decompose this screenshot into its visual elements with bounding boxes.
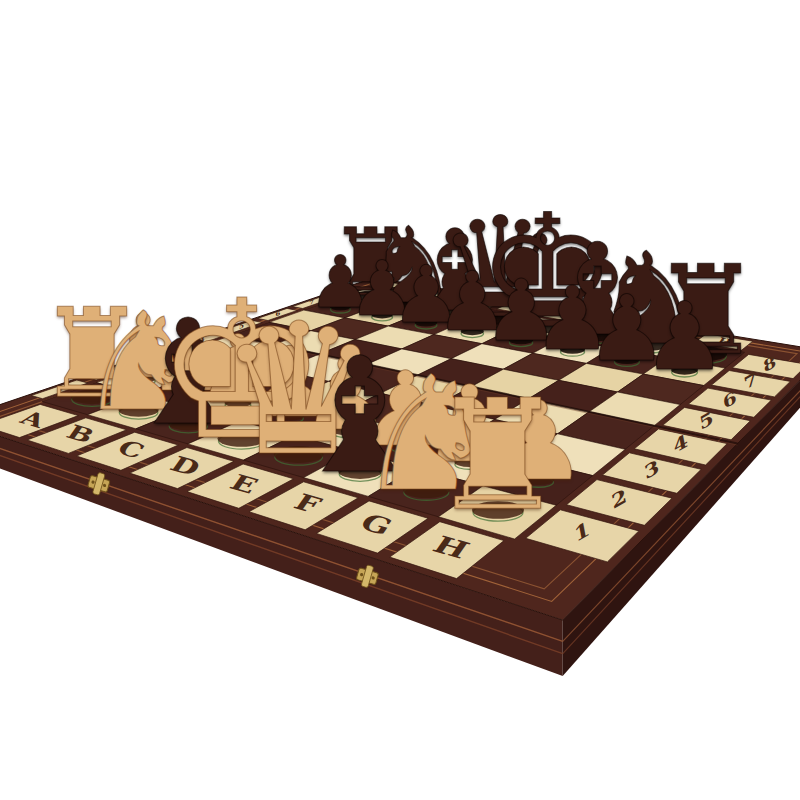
piece-base-c8 bbox=[439, 305, 470, 316]
piece-base-h2 bbox=[523, 474, 554, 485]
piece-base-c7 bbox=[415, 319, 437, 327]
piece-base-g8 bbox=[631, 338, 669, 351]
piece-base-d7 bbox=[461, 327, 484, 335]
piece-base-d1 bbox=[217, 430, 265, 446]
product-photo-scene: A1A1B2B2C3C3D4D4E5E5F6F6G7G7H8H8 ♜♞♝♛♚♝♞… bbox=[0, 0, 800, 800]
piece-base-f7 bbox=[560, 345, 585, 354]
piece-base-h1 bbox=[472, 501, 524, 519]
piece-base-a7 bbox=[330, 304, 351, 311]
piece-base-h7 bbox=[671, 366, 698, 375]
piece-base-e8 bbox=[528, 320, 567, 333]
piece-base-e1 bbox=[274, 446, 324, 463]
piece-base-f2 bbox=[391, 441, 420, 451]
piece-base-a1 bbox=[71, 390, 113, 404]
piece-base-c2 bbox=[225, 398, 252, 407]
piece-base-f8 bbox=[580, 329, 615, 341]
piece-base-c1 bbox=[168, 417, 208, 431]
piece-base-a8 bbox=[355, 291, 387, 302]
chess-board: A1A1B2B2C3C3D4D4E5E5F6F6G7G7H8H8 bbox=[0, 0, 800, 800]
piece-base-g2 bbox=[454, 457, 484, 467]
piece-base-h8 bbox=[685, 347, 727, 361]
piece-base-d2 bbox=[276, 411, 304, 420]
piece-base-g7 bbox=[614, 355, 640, 364]
piece-base-g1 bbox=[403, 482, 450, 498]
piece-base-b2 bbox=[176, 386, 202, 395]
piece-base-a2 bbox=[131, 374, 156, 383]
piece-base-b8 bbox=[396, 298, 427, 309]
piece-base-b1 bbox=[118, 403, 158, 417]
piece-base-f1 bbox=[338, 464, 382, 479]
piece-base-b7 bbox=[371, 311, 393, 318]
piece-base-e7 bbox=[509, 336, 533, 344]
piece-base-e2 bbox=[332, 425, 361, 435]
piece-base-d8 bbox=[481, 312, 519, 325]
